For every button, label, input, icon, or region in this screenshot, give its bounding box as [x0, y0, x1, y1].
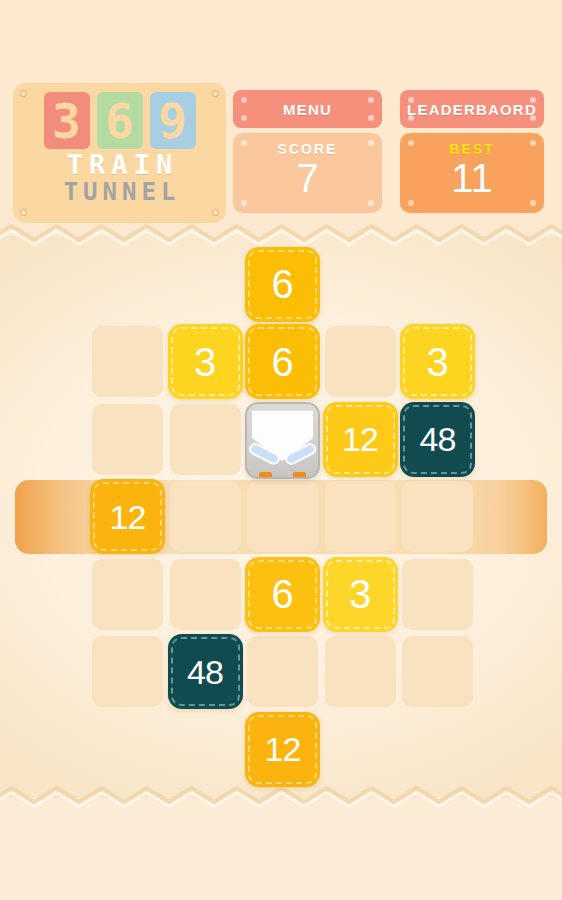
score-label: SCORE [278, 141, 338, 157]
screw-dot-icon [368, 97, 374, 103]
best-value: 11 [451, 158, 493, 198]
tile-value: 3 [194, 342, 216, 382]
zigzag-divider-bottom [0, 783, 562, 809]
train-buffer-icon [293, 472, 306, 477]
tile-6[interactable]: 6 [245, 247, 320, 322]
screw-dot-icon [241, 97, 247, 103]
game-logo-panel: 369 TRAIN TUNNEL [13, 83, 226, 223]
train-car[interactable] [245, 402, 320, 479]
screw-dot-icon [408, 97, 414, 103]
tile-48[interactable]: 48 [168, 634, 243, 709]
best-panel: BEST 11 [400, 133, 544, 213]
logo-digit-3: 3 [44, 92, 90, 149]
menu-button[interactable]: MENU [233, 90, 382, 128]
app-screen: 369 TRAIN TUNNEL MENU LEADERBAORD SCORE … [0, 0, 562, 900]
screw-dot-icon [368, 200, 374, 206]
tile-48[interactable]: 48 [400, 402, 475, 477]
tile-value: 12 [342, 422, 378, 456]
tile-value: 3 [426, 342, 448, 382]
screw-icon [20, 209, 27, 216]
screw-dot-icon [530, 115, 536, 121]
tile-value: 3 [349, 574, 371, 614]
logo-digit-6: 6 [97, 92, 143, 149]
screw-dot-icon [408, 200, 414, 206]
leaderboard-button[interactable]: LEADERBAORD [400, 90, 544, 128]
screw-icon [212, 90, 219, 97]
bottom-strip [0, 798, 562, 900]
logo-digit-9: 9 [150, 92, 196, 149]
tile-3[interactable]: 3 [323, 557, 398, 632]
tile-value: 48 [420, 422, 456, 456]
screw-icon [20, 90, 27, 97]
train-buffer-icon [259, 472, 272, 477]
tile-3[interactable]: 3 [168, 324, 243, 399]
tile-value: 12 [110, 500, 146, 534]
tile-value: 12 [265, 732, 301, 766]
tile-6[interactable]: 6 [245, 557, 320, 632]
screw-dot-icon [530, 97, 536, 103]
screw-dot-icon [530, 200, 536, 206]
score-panel: SCORE 7 [233, 133, 382, 213]
score-value: 7 [296, 158, 318, 198]
screw-icon [212, 209, 219, 216]
screw-dot-icon [408, 140, 414, 146]
screw-dot-icon [241, 200, 247, 206]
screw-dot-icon [241, 115, 247, 121]
tile-value: 48 [187, 655, 223, 689]
zigzag-divider-top [0, 221, 562, 247]
logo-digits: 369 [13, 92, 226, 149]
logo-tunnel-text: TUNNEL [13, 180, 226, 205]
best-label: BEST [449, 141, 494, 157]
screw-dot-icon [368, 115, 374, 121]
logo-train-text: TRAIN [13, 151, 226, 179]
screw-dot-icon [530, 140, 536, 146]
tile-value: 6 [271, 574, 293, 614]
leaderboard-button-label: LEADERBAORD [407, 101, 537, 118]
menu-button-label: MENU [283, 101, 332, 118]
tile-3[interactable]: 3 [400, 324, 475, 399]
tile-value: 6 [271, 264, 293, 304]
tile-6[interactable]: 6 [245, 324, 320, 399]
tile-12[interactable]: 12 [90, 479, 165, 554]
screw-dot-icon [241, 140, 247, 146]
tile-12[interactable]: 12 [323, 402, 398, 477]
screw-dot-icon [408, 115, 414, 121]
tile-value: 6 [271, 342, 293, 382]
tile-12[interactable]: 12 [245, 712, 320, 787]
screw-dot-icon [368, 140, 374, 146]
